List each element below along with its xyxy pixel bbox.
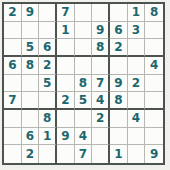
cell-r5c7[interactable]: 9 bbox=[110, 75, 128, 93]
cell-r2c5[interactable] bbox=[75, 22, 93, 40]
cell-r9c4[interactable] bbox=[57, 145, 75, 163]
cell-r6c5[interactable]: 5 bbox=[75, 92, 93, 110]
cell-r7c4[interactable] bbox=[57, 110, 75, 128]
cell-r6c9[interactable] bbox=[145, 92, 163, 110]
cell-r1c8[interactable]: 1 bbox=[128, 4, 146, 22]
cell-r3c8[interactable] bbox=[128, 39, 146, 57]
cell-r6c2[interactable] bbox=[22, 92, 40, 110]
cell-r8c1[interactable] bbox=[4, 128, 22, 146]
cell-r4c1[interactable]: 6 bbox=[4, 57, 22, 75]
cell-r8c7[interactable] bbox=[110, 128, 128, 146]
cell-r2c7[interactable]: 6 bbox=[110, 22, 128, 40]
cell-r4c9[interactable]: 4 bbox=[145, 57, 163, 75]
cell-r8c4[interactable]: 9 bbox=[57, 128, 75, 146]
cell-r1c6[interactable] bbox=[92, 4, 110, 22]
sudoku-board: 29718196356826824587927254882461942719 bbox=[2, 2, 165, 165]
cell-r6c7[interactable]: 8 bbox=[110, 92, 128, 110]
cell-r3c4[interactable] bbox=[57, 39, 75, 57]
cell-r7c1[interactable] bbox=[4, 110, 22, 128]
cell-r9c1[interactable] bbox=[4, 145, 22, 163]
cell-r6c3[interactable] bbox=[39, 92, 57, 110]
cell-r3c7[interactable]: 2 bbox=[110, 39, 128, 57]
cell-r6c1[interactable]: 7 bbox=[4, 92, 22, 110]
cell-r4c4[interactable] bbox=[57, 57, 75, 75]
cell-r4c8[interactable] bbox=[128, 57, 146, 75]
cell-r7c5[interactable] bbox=[75, 110, 93, 128]
cell-r8c3[interactable]: 1 bbox=[39, 128, 57, 146]
cell-r8c2[interactable]: 6 bbox=[22, 128, 40, 146]
cell-r3c5[interactable] bbox=[75, 39, 93, 57]
cell-r9c8[interactable] bbox=[128, 145, 146, 163]
cell-r2c6[interactable]: 9 bbox=[92, 22, 110, 40]
cell-r8c5[interactable]: 4 bbox=[75, 128, 93, 146]
cell-r4c2[interactable]: 8 bbox=[22, 57, 40, 75]
cell-r9c5[interactable]: 7 bbox=[75, 145, 93, 163]
cell-r4c7[interactable] bbox=[110, 57, 128, 75]
cell-r6c6[interactable]: 4 bbox=[92, 92, 110, 110]
cell-r5c9[interactable] bbox=[145, 75, 163, 93]
cell-r7c3[interactable]: 8 bbox=[39, 110, 57, 128]
cell-r6c8[interactable] bbox=[128, 92, 146, 110]
cell-r5c6[interactable]: 7 bbox=[92, 75, 110, 93]
cell-r1c1[interactable]: 2 bbox=[4, 4, 22, 22]
cell-r1c3[interactable] bbox=[39, 4, 57, 22]
cell-r9c7[interactable]: 1 bbox=[110, 145, 128, 163]
cell-r9c3[interactable] bbox=[39, 145, 57, 163]
cell-r8c8[interactable] bbox=[128, 128, 146, 146]
cell-r2c8[interactable]: 3 bbox=[128, 22, 146, 40]
cell-r9c2[interactable]: 2 bbox=[22, 145, 40, 163]
cell-r4c5[interactable] bbox=[75, 57, 93, 75]
cell-r3c9[interactable] bbox=[145, 39, 163, 57]
cell-r9c6[interactable] bbox=[92, 145, 110, 163]
cell-r2c4[interactable]: 1 bbox=[57, 22, 75, 40]
cell-r7c9[interactable] bbox=[145, 110, 163, 128]
cell-r7c7[interactable] bbox=[110, 110, 128, 128]
cell-r5c2[interactable] bbox=[22, 75, 40, 93]
cell-r7c8[interactable]: 4 bbox=[128, 110, 146, 128]
cell-r5c3[interactable]: 5 bbox=[39, 75, 57, 93]
cell-r3c2[interactable]: 5 bbox=[22, 39, 40, 57]
cell-r5c5[interactable]: 8 bbox=[75, 75, 93, 93]
cell-r7c2[interactable] bbox=[22, 110, 40, 128]
sudoku-grid: 29718196356826824587927254882461942719 bbox=[2, 2, 165, 165]
cell-r4c3[interactable]: 2 bbox=[39, 57, 57, 75]
cell-r2c1[interactable] bbox=[4, 22, 22, 40]
cell-r9c9[interactable]: 9 bbox=[145, 145, 163, 163]
cell-r5c1[interactable] bbox=[4, 75, 22, 93]
cell-r4c6[interactable] bbox=[92, 57, 110, 75]
cell-r3c6[interactable]: 8 bbox=[92, 39, 110, 57]
cell-r1c7[interactable] bbox=[110, 4, 128, 22]
cell-r1c5[interactable] bbox=[75, 4, 93, 22]
cell-r5c8[interactable]: 2 bbox=[128, 75, 146, 93]
cell-r1c9[interactable]: 8 bbox=[145, 4, 163, 22]
cell-r7c6[interactable]: 2 bbox=[92, 110, 110, 128]
cell-r8c9[interactable] bbox=[145, 128, 163, 146]
cell-r5c4[interactable] bbox=[57, 75, 75, 93]
cell-r6c4[interactable]: 2 bbox=[57, 92, 75, 110]
cell-r3c3[interactable]: 6 bbox=[39, 39, 57, 57]
cell-r1c4[interactable]: 7 bbox=[57, 4, 75, 22]
cell-r2c2[interactable] bbox=[22, 22, 40, 40]
cell-r2c9[interactable] bbox=[145, 22, 163, 40]
cell-r1c2[interactable]: 9 bbox=[22, 4, 40, 22]
cell-r3c1[interactable] bbox=[4, 39, 22, 57]
cell-r8c6[interactable] bbox=[92, 128, 110, 146]
cell-r2c3[interactable] bbox=[39, 22, 57, 40]
